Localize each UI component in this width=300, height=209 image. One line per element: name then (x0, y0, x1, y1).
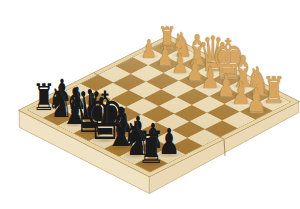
piece-white-pawn-b2: ♟ (156, 43, 173, 70)
piece-black-rook-h8: ♜ (137, 125, 165, 170)
pieces-layer: ♜♞♟♝♟♛♟♚♟♝♟♞♟♟♜♟♟♜♟♟♞♟♝♟♛♟♚♟♝♟♞♜ (0, 0, 300, 209)
chess-set-photo: ♜♞♟♝♟♛♟♚♟♝♟♞♟♟♜♟♟♜♟♟♞♟♝♟♛♟♚♟♝♟♞♜ (0, 0, 300, 209)
piece-white-pawn-h2: ♟ (246, 85, 266, 117)
piece-white-pawn-a2: ♟ (141, 36, 157, 62)
